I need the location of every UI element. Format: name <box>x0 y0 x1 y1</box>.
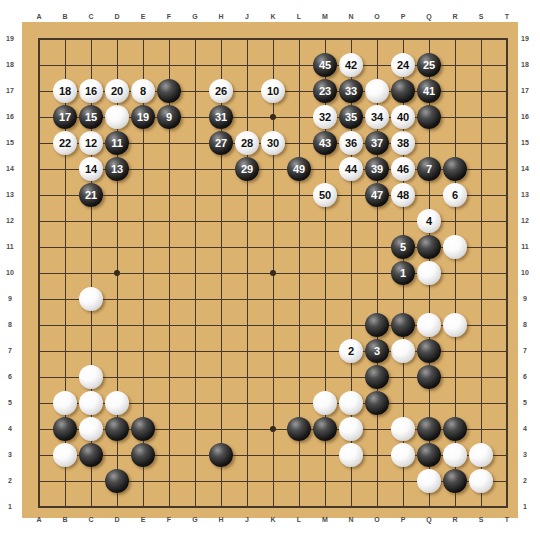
move-number: 13 <box>111 164 123 175</box>
move-number: 10 <box>267 86 279 97</box>
coordinate-label: 19 <box>517 33 533 45</box>
coordinate-label: C <box>78 514 104 526</box>
white-stone <box>469 469 493 493</box>
coordinate-label: S <box>468 11 494 23</box>
black-stone: 31 <box>209 105 233 129</box>
coordinate-label: T <box>494 514 520 526</box>
coordinate-label: R <box>442 11 468 23</box>
black-stone: 21 <box>79 183 103 207</box>
coordinate-label: 15 <box>517 137 533 149</box>
black-stone: 3 <box>365 339 389 363</box>
move-number: 40 <box>397 112 409 123</box>
coordinate-label: 1 <box>517 501 533 513</box>
white-stone: 22 <box>53 131 77 155</box>
white-stone: 2 <box>339 339 363 363</box>
coordinate-label: 9 <box>517 293 533 305</box>
black-stone <box>131 443 155 467</box>
coordinate-label: 15 <box>2 137 18 149</box>
coordinate-label: 18 <box>2 59 18 71</box>
coordinate-label: 4 <box>2 423 18 435</box>
move-number: 4 <box>426 216 432 227</box>
coordinate-label: Q <box>416 11 442 23</box>
black-stone: 7 <box>417 157 441 181</box>
coordinate-label: S <box>468 514 494 526</box>
black-stone <box>417 235 441 259</box>
black-stone: 35 <box>339 105 363 129</box>
black-stone <box>287 417 311 441</box>
move-number: 45 <box>319 60 331 71</box>
coordinate-label: 7 <box>517 345 533 357</box>
white-stone <box>391 417 415 441</box>
move-number: 21 <box>85 190 97 201</box>
move-number: 37 <box>371 138 383 149</box>
coordinate-label: 12 <box>2 215 18 227</box>
white-stone: 12 <box>79 131 103 155</box>
black-stone: 39 <box>365 157 389 181</box>
move-number: 9 <box>166 112 172 123</box>
white-stone: 36 <box>339 131 363 155</box>
coordinate-label: 16 <box>2 111 18 123</box>
white-stone <box>365 79 389 103</box>
black-stone: 13 <box>105 157 129 181</box>
black-stone: 19 <box>131 105 155 129</box>
coordinate-label: R <box>442 514 468 526</box>
black-stone <box>417 443 441 467</box>
coordinate-label: D <box>104 514 130 526</box>
coordinate-label: H <box>208 514 234 526</box>
move-number: 20 <box>111 86 123 97</box>
coordinate-label: 4 <box>517 423 533 435</box>
white-stone <box>391 339 415 363</box>
coordinate-label: B <box>52 11 78 23</box>
coordinate-label: 6 <box>517 371 533 383</box>
move-number: 6 <box>452 190 458 201</box>
coordinate-label: 3 <box>2 449 18 461</box>
black-stone: 37 <box>365 131 389 155</box>
move-number: 18 <box>59 86 71 97</box>
coordinate-label: F <box>156 11 182 23</box>
move-number: 12 <box>85 138 97 149</box>
coordinate-label: C <box>78 11 104 23</box>
black-stone <box>443 469 467 493</box>
white-stone <box>417 313 441 337</box>
go-diagram-page: { "game": "go", "board": { "size": 19, "… <box>0 0 540 540</box>
black-stone <box>391 79 415 103</box>
white-stone <box>417 261 441 285</box>
move-number: 32 <box>319 112 331 123</box>
white-stone <box>443 313 467 337</box>
move-number: 49 <box>293 164 305 175</box>
move-number: 25 <box>423 60 435 71</box>
white-stone: 6 <box>443 183 467 207</box>
coordinate-label: 8 <box>517 319 533 331</box>
coordinate-label: 5 <box>517 397 533 409</box>
black-stone <box>417 339 441 363</box>
black-stone: 43 <box>313 131 337 155</box>
coordinate-label: K <box>260 11 286 23</box>
black-stone <box>365 313 389 337</box>
coordinate-label: 7 <box>2 345 18 357</box>
coordinate-label: N <box>338 11 364 23</box>
black-stone: 15 <box>79 105 103 129</box>
move-number: 17 <box>59 112 71 123</box>
coordinate-label: 18 <box>517 59 533 71</box>
black-stone: 23 <box>313 79 337 103</box>
white-stone <box>53 443 77 467</box>
coordinate-label: 11 <box>517 241 533 253</box>
white-stone: 32 <box>313 105 337 129</box>
move-number: 16 <box>85 86 97 97</box>
move-number: 14 <box>85 164 97 175</box>
coordinate-label: O <box>364 11 390 23</box>
white-stone <box>443 443 467 467</box>
coordinate-label: 8 <box>2 319 18 331</box>
black-stone: 49 <box>287 157 311 181</box>
move-number: 27 <box>215 138 227 149</box>
white-stone <box>79 287 103 311</box>
black-stone: 25 <box>417 53 441 77</box>
white-stone: 42 <box>339 53 363 77</box>
coordinate-label: T <box>494 11 520 23</box>
coordinate-label: K <box>260 514 286 526</box>
white-stone: 46 <box>391 157 415 181</box>
move-number: 33 <box>345 86 357 97</box>
coordinate-label: E <box>130 11 156 23</box>
move-number: 41 <box>423 86 435 97</box>
move-number: 35 <box>345 112 357 123</box>
coordinate-label: Q <box>416 514 442 526</box>
coordinate-label: O <box>364 514 390 526</box>
move-number: 23 <box>319 86 331 97</box>
coordinate-label: 3 <box>517 449 533 461</box>
coordinate-label: 11 <box>2 241 18 253</box>
coordinate-label: L <box>286 11 312 23</box>
move-number: 29 <box>241 164 253 175</box>
black-stone <box>443 417 467 441</box>
white-stone <box>313 391 337 415</box>
move-number: 24 <box>397 60 409 71</box>
black-stone <box>417 365 441 389</box>
white-stone: 28 <box>235 131 259 155</box>
board-grid: 1234567891011121314151617181920212223242… <box>26 26 520 520</box>
white-stone: 34 <box>365 105 389 129</box>
coordinate-label: J <box>234 11 260 23</box>
coordinate-label: H <box>208 11 234 23</box>
white-stone: 4 <box>417 209 441 233</box>
move-number: 2 <box>348 346 354 357</box>
black-stone <box>313 417 337 441</box>
black-stone <box>105 417 129 441</box>
coordinate-label: 12 <box>517 215 533 227</box>
coordinate-label: 6 <box>2 371 18 383</box>
black-stone <box>417 417 441 441</box>
black-stone <box>209 443 233 467</box>
white-stone: 10 <box>261 79 285 103</box>
move-number: 26 <box>215 86 227 97</box>
white-stone <box>105 105 129 129</box>
white-stone <box>105 391 129 415</box>
black-stone: 27 <box>209 131 233 155</box>
white-stone: 40 <box>391 105 415 129</box>
black-stone <box>391 313 415 337</box>
coordinate-label: F <box>156 514 182 526</box>
white-stone: 30 <box>261 131 285 155</box>
black-stone: 1 <box>391 261 415 285</box>
white-stone <box>417 469 441 493</box>
white-stone <box>79 391 103 415</box>
white-stone <box>469 443 493 467</box>
white-stone: 20 <box>105 79 129 103</box>
coordinate-label: G <box>182 514 208 526</box>
move-number: 38 <box>397 138 409 149</box>
white-stone: 44 <box>339 157 363 181</box>
white-stone: 18 <box>53 79 77 103</box>
black-stone <box>443 157 467 181</box>
black-stone: 11 <box>105 131 129 155</box>
move-number: 15 <box>85 112 97 123</box>
coordinate-label: G <box>182 11 208 23</box>
move-number: 36 <box>345 138 357 149</box>
coordinate-label: 5 <box>2 397 18 409</box>
white-stone <box>339 443 363 467</box>
move-number: 42 <box>345 60 357 71</box>
white-stone <box>79 365 103 389</box>
coordinate-label: 9 <box>2 293 18 305</box>
black-stone <box>53 417 77 441</box>
coordinate-label: 19 <box>2 33 18 45</box>
white-stone: 14 <box>79 157 103 181</box>
move-number: 46 <box>397 164 409 175</box>
coordinate-label: P <box>390 514 416 526</box>
white-stone: 48 <box>391 183 415 207</box>
black-stone <box>105 469 129 493</box>
move-number: 1 <box>400 268 406 279</box>
move-number: 19 <box>137 112 149 123</box>
move-number: 30 <box>267 138 279 149</box>
coordinate-label: 17 <box>517 85 533 97</box>
black-stone: 29 <box>235 157 259 181</box>
white-stone <box>443 235 467 259</box>
coordinate-label: 14 <box>2 163 18 175</box>
black-stone: 45 <box>313 53 337 77</box>
move-number: 8 <box>140 86 146 97</box>
move-number: 7 <box>426 164 432 175</box>
coordinate-label: B <box>52 514 78 526</box>
coordinate-label: A <box>26 11 52 23</box>
white-stone: 38 <box>391 131 415 155</box>
move-number: 39 <box>371 164 383 175</box>
black-stone <box>157 79 181 103</box>
coordinate-label: E <box>130 514 156 526</box>
black-stone: 17 <box>53 105 77 129</box>
move-number: 31 <box>215 112 227 123</box>
white-stone <box>391 443 415 467</box>
coordinate-label: 14 <box>517 163 533 175</box>
black-stone: 5 <box>391 235 415 259</box>
coordinate-label: D <box>104 11 130 23</box>
move-number: 3 <box>374 346 380 357</box>
white-stone <box>79 417 103 441</box>
black-stone: 41 <box>417 79 441 103</box>
coordinate-label: 1 <box>2 501 18 513</box>
coordinate-label: 2 <box>517 475 533 487</box>
coordinate-label: M <box>312 514 338 526</box>
black-stone <box>131 417 155 441</box>
move-number: 28 <box>241 138 253 149</box>
coordinate-label: N <box>338 514 364 526</box>
black-stone <box>365 365 389 389</box>
coordinate-label: 2 <box>2 475 18 487</box>
move-number: 5 <box>400 242 406 253</box>
coordinate-label: 10 <box>517 267 533 279</box>
coordinate-label: M <box>312 11 338 23</box>
move-number: 43 <box>319 138 331 149</box>
black-stone: 33 <box>339 79 363 103</box>
black-stone <box>79 443 103 467</box>
move-number: 47 <box>371 190 383 201</box>
coordinate-label: 13 <box>2 189 18 201</box>
move-number: 48 <box>397 190 409 201</box>
white-stone: 50 <box>313 183 337 207</box>
coordinate-label: P <box>390 11 416 23</box>
white-stone: 16 <box>79 79 103 103</box>
coordinate-label: 13 <box>517 189 533 201</box>
white-stone: 8 <box>131 79 155 103</box>
black-stone: 9 <box>157 105 181 129</box>
move-number: 22 <box>59 138 71 149</box>
go-diagram: 1234567891011121314151617181920212223242… <box>0 0 540 540</box>
white-stone: 26 <box>209 79 233 103</box>
coordinate-label: A <box>26 514 52 526</box>
black-stone <box>365 391 389 415</box>
coordinate-label: 10 <box>2 267 18 279</box>
black-stone: 47 <box>365 183 389 207</box>
move-number: 34 <box>371 112 383 123</box>
black-stone <box>417 105 441 129</box>
white-stone: 24 <box>391 53 415 77</box>
white-stone <box>339 391 363 415</box>
white-stone <box>339 417 363 441</box>
white-stone <box>53 391 77 415</box>
coordinate-label: J <box>234 514 260 526</box>
move-number: 50 <box>319 190 331 201</box>
move-number: 11 <box>111 138 123 149</box>
move-number: 44 <box>345 164 357 175</box>
coordinate-label: 17 <box>2 85 18 97</box>
coordinate-label: L <box>286 514 312 526</box>
coordinate-label: 16 <box>517 111 533 123</box>
